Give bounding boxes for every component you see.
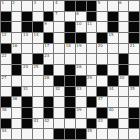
black-cell-r7c7 [65, 65, 75, 75]
black-cell-r12c11 [108, 119, 118, 129]
cell-r6c6[interactable] [54, 54, 64, 64]
cell-r4c1[interactable]: 12 [1, 33, 11, 43]
clue-number-13: 13 [23, 33, 28, 38]
cell-r6c10[interactable] [97, 54, 107, 64]
cell-r9c11[interactable]: 34 [108, 87, 118, 97]
cell-r10c12[interactable] [119, 97, 129, 107]
cell-r13c5[interactable] [44, 129, 54, 139]
clue-number-10: 10 [76, 22, 81, 27]
clue-number-17: 17 [44, 44, 49, 49]
cell-r4c4[interactable]: 14 [33, 33, 43, 43]
cell-r7c11[interactable] [108, 65, 118, 75]
cell-r6c11[interactable] [108, 54, 118, 64]
cell-r7c8[interactable]: 26 [76, 65, 86, 75]
black-cell-r4c13 [129, 33, 139, 43]
black-cell-r8c11 [108, 76, 118, 86]
cell-r6c9[interactable] [87, 54, 97, 64]
cell-r1c12[interactable]: 6 [119, 1, 129, 11]
cell-r10c8[interactable] [76, 97, 86, 107]
cell-r12c7[interactable] [65, 119, 75, 129]
cell-r10c6[interactable] [54, 97, 64, 107]
cell-r11c6[interactable] [54, 108, 64, 118]
cell-r6c3[interactable] [22, 54, 32, 64]
black-cell-r6c4 [33, 54, 43, 64]
cell-r6c7[interactable] [65, 54, 75, 64]
black-cell-r2c3 [22, 12, 32, 22]
clue-number-5: 5 [98, 1, 101, 6]
clue-number-15: 15 [108, 33, 113, 38]
cell-r1c2[interactable]: 2 [12, 1, 22, 11]
cell-r13c9[interactable]: 45 [87, 129, 97, 139]
black-cell-r9c2 [12, 87, 22, 97]
clue-number-22: 22 [2, 54, 7, 59]
cell-r3c2[interactable] [12, 22, 22, 32]
clue-number-21: 21 [130, 44, 135, 49]
cell-r11c4[interactable] [33, 108, 43, 118]
cell-r1c5[interactable] [44, 1, 54, 11]
black-cell-r8c13 [129, 76, 139, 86]
clue-number-42: 42 [44, 119, 49, 124]
crossword-grid: 1234567891011121314151617181920212223242… [0, 0, 140, 140]
clue-number-29: 29 [87, 76, 92, 81]
black-cell-r12c13 [129, 119, 139, 129]
cell-r10c13[interactable] [129, 97, 139, 107]
clue-number-37: 37 [98, 97, 103, 102]
cell-r2c7[interactable] [65, 12, 75, 22]
cell-r1c3[interactable] [22, 1, 32, 11]
black-cell-r3c3 [22, 22, 32, 32]
cell-r9c5[interactable] [44, 87, 54, 97]
clue-number-24: 24 [23, 65, 28, 70]
clue-number-12: 12 [2, 33, 7, 38]
cell-r11c11[interactable]: 40 [108, 108, 118, 118]
cell-r2c4[interactable] [33, 12, 43, 22]
black-cell-r13c7 [65, 129, 75, 139]
clue-number-36: 36 [12, 97, 17, 102]
black-cell-r2c9 [87, 12, 97, 22]
cell-r11c2[interactable] [12, 108, 22, 118]
black-cell-r11c7 [65, 108, 75, 118]
black-cell-r2c11 [108, 12, 118, 22]
cell-r10c10[interactable]: 37 [97, 97, 107, 107]
black-cell-r1c7 [65, 1, 75, 11]
black-cell-r8c6 [54, 76, 64, 86]
black-cell-r13c8 [76, 129, 86, 139]
cell-r8c1[interactable]: 27 [1, 76, 11, 86]
black-cell-r10c5 [44, 97, 54, 107]
black-cell-r5c1 [1, 44, 11, 54]
black-cell-r9c10 [97, 87, 107, 97]
black-cell-r6c2 [12, 54, 22, 64]
clue-number-38: 38 [2, 108, 7, 113]
clue-number-40: 40 [108, 108, 113, 113]
clue-number-41: 41 [34, 119, 39, 124]
cell-r13c2[interactable] [12, 129, 22, 139]
cell-r5c5[interactable]: 17 [44, 44, 54, 54]
black-cell-r1c9 [87, 1, 97, 11]
cell-r3c8[interactable]: 10 [76, 22, 86, 32]
cell-r11c1[interactable]: 38 [1, 108, 11, 118]
cell-r8c4[interactable] [33, 76, 43, 86]
cell-r5c10[interactable]: 20 [97, 44, 107, 54]
cell-r2c8[interactable]: 8 [76, 12, 86, 22]
clue-number-27: 27 [2, 76, 7, 81]
clue-number-23: 23 [44, 54, 49, 59]
cell-r4c2[interactable] [12, 33, 22, 43]
cell-r2c6[interactable]: 7 [54, 12, 64, 22]
black-cell-r3c13 [129, 22, 139, 32]
black-cell-r10c1 [1, 97, 11, 107]
clue-number-34: 34 [108, 87, 113, 92]
cell-r4c11[interactable]: 15 [108, 33, 118, 43]
clue-number-43: 43 [98, 119, 103, 124]
clue-number-2: 2 [12, 1, 15, 6]
cell-r1c6[interactable]: 4 [54, 1, 64, 11]
clue-number-16: 16 [12, 44, 17, 49]
black-cell-r4c10 [97, 33, 107, 43]
cell-r12c2[interactable] [12, 119, 22, 129]
cell-r10c2[interactable]: 36 [12, 97, 22, 107]
cell-r13c12[interactable] [119, 129, 129, 139]
black-cell-r9c7 [65, 87, 75, 97]
black-cell-r7c2 [12, 65, 22, 75]
clue-number-26: 26 [76, 65, 81, 70]
cell-r11c8[interactable]: 39 [76, 108, 86, 118]
black-cell-r4c5 [44, 33, 54, 43]
cell-r3c10[interactable] [97, 22, 107, 32]
cell-r3c9[interactable]: 11 [87, 22, 97, 32]
cell-r12c5[interactable]: 42 [44, 119, 54, 129]
cell-r13c4[interactable] [33, 129, 43, 139]
black-cell-r13c6 [54, 129, 64, 139]
cell-r13c13[interactable] [129, 129, 139, 139]
cell-r9c9[interactable] [87, 87, 97, 97]
black-cell-r4c7 [65, 33, 75, 43]
clue-number-3: 3 [34, 1, 37, 6]
cell-r9c1[interactable] [1, 87, 11, 97]
cell-r12c6[interactable] [54, 119, 64, 129]
cell-r2c2[interactable] [12, 12, 22, 22]
cell-r7c3[interactable]: 24 [22, 65, 32, 75]
cell-r3c5[interactable]: 9 [44, 22, 54, 32]
cell-r13c11[interactable] [108, 129, 118, 139]
cell-r5c11[interactable] [108, 44, 118, 54]
black-cell-r10c9 [87, 97, 97, 107]
black-cell-r10c3 [22, 97, 32, 107]
black-cell-r7c5 [44, 65, 54, 75]
black-cell-r3c11 [108, 22, 118, 32]
clue-number-31: 31 [23, 87, 28, 92]
black-cell-r2c13 [129, 12, 139, 22]
cell-r8c12[interactable]: 30 [119, 76, 129, 86]
clue-number-7: 7 [55, 12, 58, 17]
cell-r5c2[interactable]: 16 [12, 44, 22, 54]
black-cell-r8c8 [76, 76, 86, 86]
clue-number-25: 25 [34, 65, 39, 70]
clue-number-14: 14 [34, 33, 39, 38]
black-cell-r8c7 [65, 76, 75, 86]
cell-r7c1[interactable] [1, 65, 11, 75]
black-cell-r12c9 [87, 119, 97, 129]
cell-r9c3[interactable]: 31 [22, 87, 32, 97]
cell-r8c5[interactable]: 28 [44, 76, 54, 86]
clue-number-19: 19 [76, 44, 81, 49]
clue-number-4: 4 [55, 1, 58, 6]
cell-r2c10[interactable] [97, 12, 107, 22]
clue-number-32: 32 [55, 87, 60, 92]
cell-r7c13[interactable] [129, 65, 139, 75]
clue-number-9: 9 [44, 22, 47, 27]
cell-r1c13[interactable] [129, 1, 139, 11]
cell-r7c4[interactable]: 25 [33, 65, 43, 75]
cell-r11c9[interactable] [87, 108, 97, 118]
black-cell-r7c10 [97, 65, 107, 75]
cell-r12c12[interactable] [119, 119, 129, 129]
black-cell-r2c5 [44, 12, 54, 22]
clue-number-44: 44 [2, 129, 7, 134]
black-cell-r11c3 [22, 108, 32, 118]
cell-r4c3[interactable]: 13 [22, 33, 32, 43]
cell-r9c13[interactable]: 35 [129, 87, 139, 97]
clue-number-30: 30 [119, 76, 124, 81]
black-cell-r12c3 [22, 119, 32, 129]
cell-r8c3[interactable] [22, 76, 32, 86]
clue-number-39: 39 [76, 108, 81, 113]
clue-number-11: 11 [87, 22, 92, 27]
cell-r12c8[interactable] [76, 119, 86, 129]
cell-r6c5[interactable]: 23 [44, 54, 54, 64]
cell-r4c6[interactable] [54, 33, 64, 43]
cell-r8c2[interactable] [12, 76, 22, 86]
cell-r6c8[interactable] [76, 54, 86, 64]
cell-r9c4[interactable] [33, 87, 43, 97]
cell-r6c13[interactable] [129, 54, 139, 64]
cell-r1c4[interactable]: 3 [33, 1, 43, 11]
clue-number-28: 28 [44, 76, 49, 81]
cell-r12c10[interactable]: 43 [97, 119, 107, 129]
black-cell-r3c4 [33, 22, 43, 32]
black-cell-r4c8 [76, 33, 86, 43]
cell-r1c1[interactable]: 1 [1, 1, 11, 11]
cell-r5c7[interactable]: 18 [65, 44, 75, 54]
cell-r4c9[interactable] [87, 33, 97, 43]
cell-r5c12[interactable] [119, 44, 129, 54]
cell-r8c10[interactable] [97, 76, 107, 86]
clue-number-8: 8 [76, 12, 79, 17]
cell-r1c10[interactable]: 5 [97, 1, 107, 11]
clue-number-18: 18 [66, 44, 71, 49]
black-cell-r3c7 [65, 22, 75, 32]
black-cell-r12c1 [1, 119, 11, 129]
cell-r9c12[interactable] [119, 87, 129, 97]
cell-r7c6[interactable] [54, 65, 64, 75]
clue-number-33: 33 [76, 87, 81, 92]
cell-r11c12[interactable] [119, 108, 129, 118]
cell-r5c6[interactable] [54, 44, 64, 54]
cell-r3c6[interactable] [54, 22, 64, 32]
cell-r8c9[interactable]: 29 [87, 76, 97, 86]
cell-r12c4[interactable]: 41 [33, 119, 43, 129]
cell-r5c8[interactable]: 19 [76, 44, 86, 54]
black-cell-r10c7 [65, 97, 75, 107]
cell-r13c10[interactable] [97, 129, 107, 139]
clue-number-20: 20 [98, 44, 103, 49]
cell-r7c9[interactable] [87, 65, 97, 75]
black-cell-r6c12 [119, 54, 129, 64]
cell-r1c11[interactable] [108, 1, 118, 11]
clue-number-6: 6 [119, 1, 122, 6]
cell-r2c12[interactable] [119, 12, 129, 22]
cell-r9c6[interactable]: 32 [54, 87, 64, 97]
cell-r5c3[interactable] [22, 44, 32, 54]
black-cell-r7c12 [119, 65, 129, 75]
cell-r13c3[interactable] [22, 129, 32, 139]
cell-r5c13[interactable]: 21 [129, 44, 139, 54]
cell-r4c12[interactable] [119, 33, 129, 43]
cell-r10c11[interactable] [108, 97, 118, 107]
cell-r13c1[interactable]: 44 [1, 129, 11, 139]
cell-r3c12[interactable] [119, 22, 129, 32]
black-cell-r1c8 [76, 1, 86, 11]
clue-number-1: 1 [2, 1, 5, 6]
cell-r10c4[interactable] [33, 97, 43, 107]
black-cell-r11c10 [97, 108, 107, 118]
black-cell-r2c1 [1, 12, 11, 22]
black-cell-r11c13 [129, 108, 139, 118]
black-cell-r11c5 [44, 108, 54, 118]
clue-number-35: 35 [130, 87, 135, 92]
cell-r5c9[interactable] [87, 44, 97, 54]
clue-number-45: 45 [87, 129, 92, 134]
black-cell-r3c1 [1, 22, 11, 32]
cell-r9c8[interactable]: 33 [76, 87, 86, 97]
cell-r6c1[interactable]: 22 [1, 54, 11, 64]
cell-r5c4[interactable] [33, 44, 43, 54]
